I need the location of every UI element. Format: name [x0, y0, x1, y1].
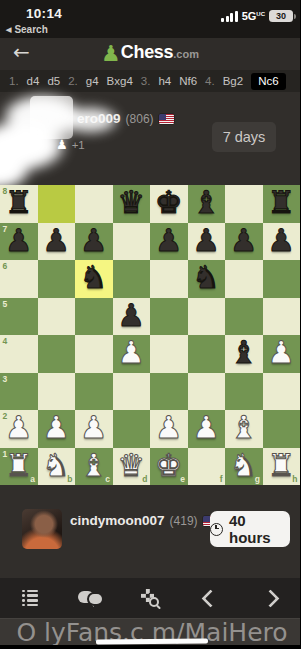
- square-d6[interactable]: [113, 260, 151, 298]
- white-queen[interactable]: ♛: [117, 450, 145, 481]
- square-f3[interactable]: [188, 373, 226, 411]
- clock-icon: [210, 523, 223, 536]
- chevron-right-icon: [261, 589, 279, 607]
- move-number: 1.: [9, 75, 19, 87]
- opponent-username[interactable]: ero009: [77, 111, 121, 126]
- file-label-e: e: [180, 474, 185, 484]
- square-e1[interactable]: e♚: [150, 448, 188, 486]
- black-pawn[interactable]: ♟: [80, 225, 108, 256]
- square-c5[interactable]: [75, 298, 113, 336]
- move-number: 3.: [141, 75, 151, 87]
- square-g3[interactable]: [225, 373, 263, 411]
- status-bar: 10:14 ◀ Search 5GUC 30: [0, 0, 300, 38]
- material-advantage: +1: [72, 139, 85, 151]
- move-Nc6[interactable]: Nc6: [251, 73, 285, 90]
- captured-pieces: ♟ +1: [56, 138, 85, 151]
- chess-board[interactable]: 8♜♛♚♝♜7♟♟♟♟♟♟♟6♞♞5♟4♟♝♟32♟♟♟♟♟♝1a♜b♞c♝d♛…: [0, 185, 300, 485]
- square-c3[interactable]: [75, 373, 113, 411]
- square-f4[interactable]: [188, 335, 226, 373]
- player-avatar[interactable]: [22, 509, 62, 549]
- white-king[interactable]: ♚: [155, 450, 183, 481]
- logo-pawn-icon: ♟: [101, 41, 121, 66]
- square-e5[interactable]: [150, 298, 188, 336]
- square-f1[interactable]: f: [188, 448, 226, 486]
- file-label-a: a: [30, 474, 35, 484]
- black-pawn[interactable]: ♟: [230, 225, 258, 256]
- black-pawn[interactable]: ♟: [192, 225, 220, 256]
- square-e8[interactable]: ♚: [150, 185, 188, 223]
- chesscom-logo: ♟Chess.com: [0, 41, 300, 66]
- square-d2[interactable]: [113, 410, 151, 448]
- square-e7[interactable]: ♟: [150, 223, 188, 261]
- white-bishop[interactable]: ♝: [80, 450, 108, 481]
- file-label-h: h: [292, 474, 297, 484]
- square-e3[interactable]: [150, 373, 188, 411]
- black-rook[interactable]: ♜: [5, 187, 33, 218]
- move-number: 2.: [68, 75, 78, 87]
- square-h6[interactable]: [263, 260, 301, 298]
- options-button[interactable]: [8, 581, 52, 615]
- rank-label-7: 7: [3, 224, 8, 234]
- square-b2[interactable]: ♟: [38, 410, 76, 448]
- status-indicators: 5GUC 30: [221, 10, 293, 22]
- square-b5[interactable]: [38, 298, 76, 336]
- black-pawn[interactable]: ♟: [42, 225, 70, 256]
- square-f5[interactable]: [188, 298, 226, 336]
- square-d7[interactable]: [113, 223, 151, 261]
- square-e6[interactable]: [150, 260, 188, 298]
- move-g4[interactable]: g4: [86, 75, 99, 87]
- square-h3[interactable]: [263, 373, 301, 411]
- square-h8[interactable]: ♜: [263, 185, 301, 223]
- square-e2[interactable]: ♟: [150, 410, 188, 448]
- player-info-bar: cindymoon007 (419) 40 hours: [0, 485, 300, 575]
- white-rook[interactable]: ♜: [267, 450, 295, 481]
- square-g8[interactable]: [225, 185, 263, 223]
- square-d4[interactable]: ♟: [113, 335, 151, 373]
- file-label-f: f: [220, 474, 223, 484]
- logo-text: Chess: [121, 42, 174, 62]
- black-pawn[interactable]: ♟: [267, 225, 295, 256]
- options-list-icon: [22, 590, 38, 607]
- square-g1[interactable]: g♞: [225, 448, 263, 486]
- black-pawn[interactable]: ♟: [117, 300, 145, 331]
- white-pawn[interactable]: ♟: [5, 412, 33, 443]
- black-pawn[interactable]: ♟: [155, 225, 183, 256]
- square-d8[interactable]: ♛: [113, 185, 151, 223]
- white-pawn[interactable]: ♟: [80, 412, 108, 443]
- back-triangle-icon: ◀: [6, 25, 11, 35]
- square-h7[interactable]: ♟: [263, 223, 301, 261]
- square-f2[interactable]: ♟: [188, 410, 226, 448]
- rank-label-8: 8: [3, 186, 8, 196]
- square-b3[interactable]: [38, 373, 76, 411]
- us-flag-icon: [159, 114, 174, 124]
- move-Bxg4[interactable]: Bxg4: [107, 75, 133, 87]
- square-f8[interactable]: ♝: [188, 185, 226, 223]
- white-pawn[interactable]: ♟: [155, 412, 183, 443]
- square-a4[interactable]: 4: [0, 335, 38, 373]
- white-pawn[interactable]: ♟: [267, 337, 295, 368]
- square-g6[interactable]: [225, 260, 263, 298]
- signal-bars-icon: [221, 11, 238, 22]
- move-Bg2[interactable]: Bg2: [223, 75, 243, 87]
- rank-label-4: 4: [3, 336, 8, 346]
- square-g7[interactable]: ♟: [225, 223, 263, 261]
- square-c6[interactable]: ♞: [75, 260, 113, 298]
- app-header: ← ♟Chess.com: [0, 38, 300, 70]
- next-move-button[interactable]: [248, 581, 292, 615]
- move-d4[interactable]: d4: [27, 75, 40, 87]
- opponent-rating: (806): [126, 112, 154, 126]
- square-h5[interactable]: [263, 298, 301, 336]
- square-a1[interactable]: 1a♜: [0, 448, 38, 486]
- captured-white-pawn-icon: ♟: [56, 138, 68, 151]
- white-pawn[interactable]: ♟: [42, 412, 70, 443]
- black-king[interactable]: ♚: [155, 187, 183, 218]
- opponent-avatar[interactable]: [30, 96, 73, 139]
- file-label-b: b: [67, 474, 72, 484]
- square-f7[interactable]: ♟: [188, 223, 226, 261]
- battery-icon: 30: [269, 10, 293, 22]
- opponent-info-bar: ero009 (806) ♟ +1 7 days: [0, 92, 300, 185]
- black-knight[interactable]: ♞: [80, 262, 108, 293]
- square-e4[interactable]: [150, 335, 188, 373]
- file-label-g: g: [255, 474, 260, 484]
- watermark-strip: O lyFans.c m/MaiHero: [0, 618, 300, 646]
- move-Nf6[interactable]: Nf6: [179, 75, 197, 87]
- analysis-button[interactable]: [128, 581, 172, 615]
- square-f6[interactable]: ♞: [188, 260, 226, 298]
- square-g4[interactable]: ♝: [225, 335, 263, 373]
- square-b1[interactable]: b♞: [38, 448, 76, 486]
- white-rook[interactable]: ♜: [5, 450, 33, 481]
- square-d5[interactable]: ♟: [113, 298, 151, 336]
- chat-icon: [78, 590, 102, 607]
- square-h4[interactable]: ♟: [263, 335, 301, 373]
- back-to-search-link[interactable]: ◀ Search: [6, 24, 48, 35]
- bottom-black-bar: [0, 645, 300, 649]
- rank-label-1: 1: [3, 449, 8, 459]
- rank-label-6: 6: [3, 261, 8, 271]
- move-list: 1.d4d52.g4Bxg43.h4Nf64.Bg2Nc6: [0, 70, 300, 92]
- white-knight[interactable]: ♞: [42, 450, 70, 481]
- square-a5[interactable]: 5: [0, 298, 38, 336]
- black-rook[interactable]: ♜: [267, 187, 295, 218]
- rank-label-5: 5: [3, 299, 8, 309]
- search-label: Search: [14, 24, 47, 35]
- black-bishop[interactable]: ♝: [230, 337, 258, 368]
- chat-button[interactable]: [68, 581, 112, 615]
- screen: 10:14 ◀ Search 5GUC 30 ← ♟Chess.com 1.d4…: [0, 0, 300, 649]
- bottom-toolbar: [0, 578, 300, 618]
- white-bishop[interactable]: ♝: [230, 412, 258, 443]
- move-number: 4.: [205, 75, 215, 87]
- player-rating: (419): [170, 514, 198, 528]
- file-label-d: d: [142, 474, 147, 484]
- analysis-icon: [141, 589, 159, 607]
- rank-label-3: 3: [3, 374, 8, 384]
- square-g5[interactable]: [225, 298, 263, 336]
- black-pawn[interactable]: ♟: [5, 225, 33, 256]
- square-c4[interactable]: [75, 335, 113, 373]
- square-b7[interactable]: ♟: [38, 223, 76, 261]
- square-h1[interactable]: h♜: [263, 448, 301, 486]
- square-a6[interactable]: 6: [0, 260, 38, 298]
- black-bishop[interactable]: ♝: [192, 187, 220, 218]
- square-a2[interactable]: 2♟: [0, 410, 38, 448]
- clock-time: 10:14: [26, 6, 62, 21]
- square-a8[interactable]: 8♜: [0, 185, 38, 223]
- square-b8[interactable]: [38, 185, 76, 223]
- black-knight[interactable]: ♞: [192, 262, 220, 293]
- player-username[interactable]: cindymoon007: [70, 513, 165, 528]
- square-c7[interactable]: ♟: [75, 223, 113, 261]
- square-a7[interactable]: 7♟: [0, 223, 38, 261]
- white-pawn[interactable]: ♟: [117, 337, 145, 368]
- chevron-left-icon: [201, 589, 219, 607]
- opponent-timer: 7 days: [212, 122, 276, 152]
- white-pawn[interactable]: ♟: [192, 412, 220, 443]
- square-d1[interactable]: d♛: [113, 448, 151, 486]
- white-knight[interactable]: ♞: [230, 450, 258, 481]
- square-g2[interactable]: ♝: [225, 410, 263, 448]
- square-a3[interactable]: 3: [0, 373, 38, 411]
- square-h2[interactable]: [263, 410, 301, 448]
- logo-suffix: .com: [173, 48, 199, 60]
- previous-move-button[interactable]: [188, 581, 232, 615]
- move-d5[interactable]: d5: [47, 75, 60, 87]
- square-c2[interactable]: ♟: [75, 410, 113, 448]
- network-type: 5GUC: [242, 10, 265, 22]
- square-b6[interactable]: [38, 260, 76, 298]
- square-c8[interactable]: [75, 185, 113, 223]
- square-d3[interactable]: [113, 373, 151, 411]
- rank-label-2: 2: [3, 411, 8, 421]
- player-timer-active: 40 hours: [210, 511, 290, 547]
- square-c1[interactable]: c♝: [75, 448, 113, 486]
- file-label-c: c: [105, 474, 110, 484]
- black-queen[interactable]: ♛: [117, 187, 145, 218]
- square-b4[interactable]: [38, 335, 76, 373]
- move-h4[interactable]: h4: [158, 75, 171, 87]
